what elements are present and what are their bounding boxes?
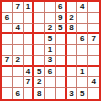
cell-r2c5[interactable] — [45, 13, 56, 24]
cell-r9c8[interactable]: 5 — [77, 88, 88, 99]
cell-r7c7[interactable] — [67, 67, 78, 78]
cell-r7c3[interactable]: 4 — [24, 67, 35, 78]
cell-r6c2[interactable]: 2 — [13, 56, 24, 67]
cell-r8c5[interactable] — [45, 77, 56, 88]
cell-r5c5[interactable]: 1 — [45, 45, 56, 56]
cell-r6c6[interactable] — [56, 56, 67, 67]
cell-r1c4[interactable] — [34, 2, 45, 13]
cell-r2c2[interactable] — [13, 13, 24, 24]
cell-r3c9[interactable] — [88, 24, 99, 35]
cell-r3c1[interactable] — [2, 24, 13, 35]
cell-r2c1[interactable]: 6 — [2, 13, 13, 24]
cell-r9c3[interactable] — [24, 88, 35, 99]
cell-r8c4[interactable]: 2 — [34, 77, 45, 88]
cell-r6c9[interactable] — [88, 56, 99, 67]
cell-r7c9[interactable] — [88, 67, 99, 78]
cell-r8c8[interactable] — [77, 77, 88, 88]
cell-r4c2[interactable] — [13, 34, 24, 45]
cell-r4c1[interactable] — [2, 34, 13, 45]
cell-r8c2[interactable] — [13, 77, 24, 88]
cell-r1c2[interactable]: 7 — [13, 2, 24, 13]
cell-r6c5[interactable]: 3 — [45, 56, 56, 67]
cell-r8c9[interactable]: 4 — [88, 77, 99, 88]
cell-r7c1[interactable] — [2, 67, 13, 78]
cell-r1c7[interactable] — [67, 2, 78, 13]
cell-r3c3[interactable] — [24, 24, 35, 35]
cell-r4c4[interactable] — [34, 34, 45, 45]
cell-r3c6[interactable]: 5 — [56, 24, 67, 35]
cell-r5c3[interactable] — [24, 45, 35, 56]
cell-r5c2[interactable] — [13, 45, 24, 56]
cell-r6c7[interactable] — [67, 56, 78, 67]
cell-r1c6[interactable]: 6 — [56, 2, 67, 13]
cell-r3c2[interactable]: 4 — [13, 24, 24, 35]
cell-r1c9[interactable] — [88, 2, 99, 13]
cell-r9c4[interactable]: 8 — [34, 88, 45, 99]
cell-r4c3[interactable] — [24, 34, 35, 45]
cell-r5c6[interactable] — [56, 45, 67, 56]
cell-r9c7[interactable]: 3 — [67, 88, 78, 99]
cell-r9c2[interactable]: 6 — [13, 88, 24, 99]
cell-r8c6[interactable] — [56, 77, 67, 88]
cell-r5c9[interactable] — [88, 45, 99, 56]
cell-r1c5[interactable] — [45, 2, 56, 13]
cell-r6c3[interactable] — [24, 56, 35, 67]
cell-r4c5[interactable]: 5 — [45, 34, 56, 45]
cell-r6c1[interactable]: 7 — [2, 56, 13, 67]
cell-r3c5[interactable]: 2 — [45, 24, 56, 35]
cell-r9c9[interactable] — [88, 88, 99, 99]
cell-r7c2[interactable] — [13, 67, 24, 78]
cell-r5c7[interactable] — [67, 45, 78, 56]
cell-r7c4[interactable]: 5 — [34, 67, 45, 78]
cell-r1c1[interactable] — [2, 2, 13, 13]
cell-r3c4[interactable] — [34, 24, 45, 35]
cell-r8c7[interactable] — [67, 77, 78, 88]
cell-r2c9[interactable] — [88, 13, 99, 24]
cell-r2c6[interactable]: 9 — [56, 13, 67, 24]
cell-r7c5[interactable]: 6 — [45, 67, 56, 78]
cell-r7c6[interactable] — [56, 67, 67, 78]
cell-r5c8[interactable] — [77, 45, 88, 56]
cell-r9c5[interactable] — [45, 88, 56, 99]
cell-r4c9[interactable]: 7 — [88, 34, 99, 45]
cell-r3c8[interactable] — [77, 24, 88, 35]
cell-r2c7[interactable]: 2 — [67, 13, 78, 24]
cell-r4c6[interactable] — [56, 34, 67, 45]
cell-r7c8[interactable]: 1 — [77, 67, 88, 78]
cell-r8c3[interactable]: 7 — [24, 77, 35, 88]
cell-r9c6[interactable] — [56, 88, 67, 99]
cell-r4c8[interactable]: 6 — [77, 34, 88, 45]
cell-r9c1[interactable] — [2, 88, 13, 99]
cell-r4c7[interactable] — [67, 34, 78, 45]
sudoku-board: 71646924258567172345617246835 — [0, 0, 101, 101]
cell-r1c3[interactable]: 1 — [24, 2, 35, 13]
cell-r2c8[interactable] — [77, 13, 88, 24]
cell-r2c3[interactable] — [24, 13, 35, 24]
cell-r5c4[interactable] — [34, 45, 45, 56]
cell-r1c8[interactable]: 4 — [77, 2, 88, 13]
cell-r6c8[interactable] — [77, 56, 88, 67]
cell-r5c1[interactable] — [2, 45, 13, 56]
cell-r8c1[interactable] — [2, 77, 13, 88]
cell-r6c4[interactable] — [34, 56, 45, 67]
cell-r2c4[interactable] — [34, 13, 45, 24]
cell-r3c7[interactable]: 8 — [67, 24, 78, 35]
